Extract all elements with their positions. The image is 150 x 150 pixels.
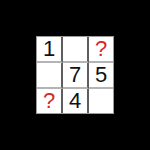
- cell-r2c0[interactable]: ?: [37, 89, 63, 113]
- cell-r1c2[interactable]: 5: [89, 63, 113, 89]
- cell-r2c2[interactable]: [89, 89, 113, 113]
- puzzle-canvas: 1 ? 7 5 ? 4: [0, 0, 150, 150]
- cell-r2c1[interactable]: 4: [63, 89, 89, 113]
- cell-r0c0[interactable]: 1: [37, 37, 63, 63]
- cell-r0c1[interactable]: [63, 37, 89, 63]
- cell-r1c1[interactable]: 7: [63, 63, 89, 89]
- cell-r0c2[interactable]: ?: [89, 37, 113, 63]
- puzzle-grid: 1 ? 7 5 ? 4: [36, 36, 114, 114]
- cell-r1c0[interactable]: [37, 63, 63, 89]
